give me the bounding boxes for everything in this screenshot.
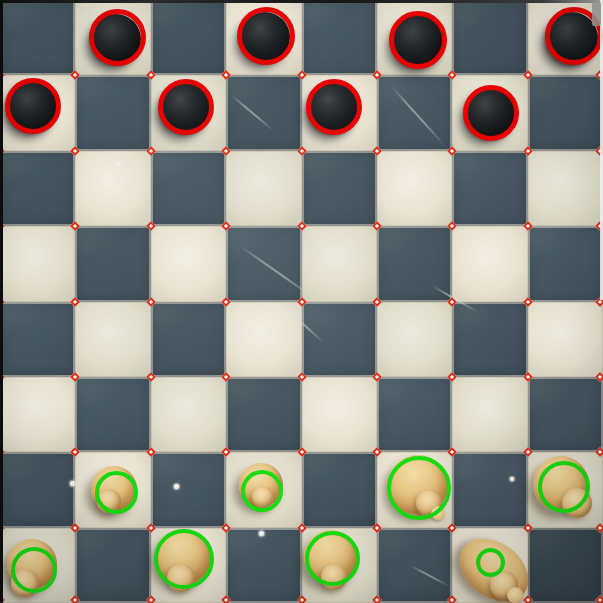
board-square-g4[interactable] xyxy=(452,302,527,377)
detection-ring-red-f8 xyxy=(389,11,447,69)
board-square-d7[interactable] xyxy=(226,75,301,150)
detection-ring-red-g7 xyxy=(463,85,519,141)
board-square-b5[interactable] xyxy=(75,226,150,301)
detection-ring-red-c7 xyxy=(158,79,214,135)
scuff-mark xyxy=(117,162,120,165)
board-square-e8[interactable] xyxy=(302,0,377,75)
board-square-c6[interactable] xyxy=(151,151,226,226)
board-square-e3[interactable] xyxy=(302,377,377,452)
board-square-a6[interactable] xyxy=(0,151,75,226)
board-square-a8[interactable] xyxy=(0,0,75,75)
board-square-d1[interactable] xyxy=(226,528,301,603)
detection-ring-green-a1 xyxy=(11,547,57,593)
board-square-a2[interactable] xyxy=(0,452,75,527)
detection-ring-red-b8 xyxy=(89,9,146,66)
scuff-mark xyxy=(70,481,75,486)
detection-ring-green-g1 xyxy=(476,548,505,577)
board-square-c8[interactable] xyxy=(151,0,226,75)
board-square-a5[interactable] xyxy=(0,226,75,301)
board-square-e6[interactable] xyxy=(302,151,377,226)
board-square-b1[interactable] xyxy=(75,528,150,603)
board-photo xyxy=(0,0,603,603)
board-square-h3[interactable] xyxy=(528,377,603,452)
board-square-b6[interactable] xyxy=(75,151,150,226)
board-top-edge xyxy=(0,0,603,3)
board-square-h4[interactable] xyxy=(528,302,603,377)
board-square-f3[interactable] xyxy=(377,377,452,452)
board-square-g3[interactable] xyxy=(452,377,527,452)
board-square-b3[interactable] xyxy=(75,377,150,452)
board-square-c2[interactable] xyxy=(151,452,226,527)
board-square-e2[interactable] xyxy=(302,452,377,527)
board-left-edge xyxy=(0,0,3,603)
board-square-a4[interactable] xyxy=(0,302,75,377)
board-square-f1[interactable] xyxy=(377,528,452,603)
detection-ring-green-d2 xyxy=(241,470,283,512)
detection-ring-green-e1 xyxy=(305,531,360,586)
board-square-h6[interactable] xyxy=(528,151,603,226)
white-piece-g1-tip[interactable] xyxy=(507,587,523,603)
board-square-g8[interactable] xyxy=(452,0,527,75)
board-square-e4[interactable] xyxy=(302,302,377,377)
board-square-h5[interactable] xyxy=(528,226,603,301)
board-square-h1[interactable] xyxy=(528,528,603,603)
board-square-g5[interactable] xyxy=(452,226,527,301)
board-square-d6[interactable] xyxy=(226,151,301,226)
board-square-c3[interactable] xyxy=(151,377,226,452)
board-square-g6[interactable] xyxy=(452,151,527,226)
board-square-g2[interactable] xyxy=(452,452,527,527)
board-square-d3[interactable] xyxy=(226,377,301,452)
detection-ring-green-f2 xyxy=(387,456,451,520)
board-square-f6[interactable] xyxy=(377,151,452,226)
board-square-c5[interactable] xyxy=(151,226,226,301)
detection-ring-green-c1 xyxy=(154,529,214,589)
detection-ring-green-b2 xyxy=(95,471,138,514)
detection-ring-red-e7 xyxy=(306,79,362,135)
board-square-b4[interactable] xyxy=(75,302,150,377)
scuff-mark xyxy=(510,477,514,481)
scuff-mark xyxy=(259,531,264,536)
board-square-c4[interactable] xyxy=(151,302,226,377)
detection-ring-red-a7 xyxy=(5,78,61,134)
scuff-mark xyxy=(174,484,179,489)
photo-corner-artifact xyxy=(592,2,601,26)
board-square-e5[interactable] xyxy=(302,226,377,301)
detection-ring-red-d8 xyxy=(237,7,295,65)
board-square-h7[interactable] xyxy=(528,75,603,150)
detection-ring-green-h2 xyxy=(538,461,590,513)
board-square-f4[interactable] xyxy=(377,302,452,377)
board-square-a3[interactable] xyxy=(0,377,75,452)
board-square-b7[interactable] xyxy=(75,75,150,150)
